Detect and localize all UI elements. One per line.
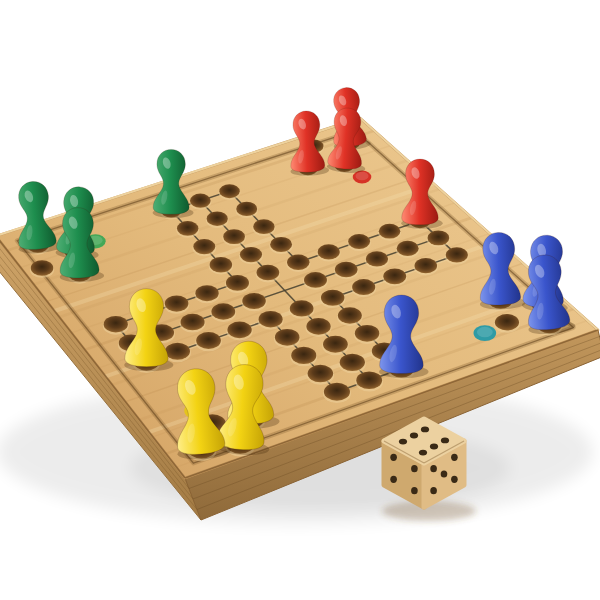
die-pip xyxy=(421,427,429,433)
track-hole xyxy=(383,268,406,284)
track-hole xyxy=(321,290,344,306)
goal-hole xyxy=(180,314,204,331)
track-hole xyxy=(338,307,362,323)
scene xyxy=(0,0,600,600)
goal-hole xyxy=(304,272,327,288)
track-hole xyxy=(219,184,239,198)
die-pip xyxy=(411,465,418,472)
track-hole xyxy=(210,257,233,272)
track-hole xyxy=(427,230,449,245)
track-hole xyxy=(275,329,300,346)
track-hole xyxy=(259,311,283,328)
track-hole xyxy=(253,219,274,234)
track-hole xyxy=(165,295,189,311)
die-pip xyxy=(430,465,437,472)
die-pip xyxy=(390,454,397,461)
track-hole xyxy=(308,365,334,383)
goal-hole xyxy=(242,293,266,309)
track-hole xyxy=(352,279,375,295)
track-hole xyxy=(196,332,221,349)
ludo-board-photo xyxy=(0,0,600,600)
goal-hole xyxy=(240,247,262,262)
track-hole xyxy=(348,234,370,249)
die-pip xyxy=(451,454,458,461)
die-pip xyxy=(441,470,448,477)
die[interactable] xyxy=(384,419,464,507)
goal-hole xyxy=(223,229,245,244)
track-hole xyxy=(270,237,292,252)
goal-hole xyxy=(323,336,348,353)
goal-hole xyxy=(335,262,358,278)
die-pip xyxy=(451,476,458,483)
track-hole xyxy=(291,347,316,364)
track-hole xyxy=(318,244,340,259)
track-hole xyxy=(190,194,211,208)
track-hole xyxy=(379,224,401,239)
yard-hole-blue xyxy=(495,314,519,331)
start-dot-sheen xyxy=(356,172,369,181)
track-hole xyxy=(227,322,251,339)
goal-hole xyxy=(306,318,330,335)
track-hole xyxy=(177,221,199,236)
die-pip xyxy=(430,444,438,450)
die-pip xyxy=(411,487,418,494)
start-dot-sheen xyxy=(477,327,493,337)
yard-hole-green xyxy=(31,260,54,276)
die-pip xyxy=(390,476,397,483)
track-hole xyxy=(356,371,382,389)
track-hole xyxy=(355,325,379,342)
goal-hole xyxy=(211,303,235,319)
goal-hole xyxy=(366,251,388,266)
track-hole xyxy=(104,316,128,333)
pawn-body xyxy=(13,180,56,251)
die-pip xyxy=(399,439,407,445)
die-pip xyxy=(410,433,418,439)
track-hole xyxy=(193,239,215,254)
goal-hole xyxy=(256,265,279,281)
goal-hole xyxy=(397,241,419,256)
goal-hole xyxy=(340,354,365,371)
goal-hole xyxy=(207,211,228,226)
track-hole xyxy=(236,202,257,216)
track-hole xyxy=(414,258,437,273)
track-hole xyxy=(446,247,468,262)
track-hole xyxy=(287,255,309,270)
goal-hole xyxy=(290,300,314,316)
die-pip xyxy=(419,450,427,456)
track-hole xyxy=(165,343,190,360)
track-hole xyxy=(324,383,350,401)
die-pip xyxy=(441,438,449,444)
track-hole xyxy=(226,275,249,291)
die-pip xyxy=(430,487,437,494)
track-hole xyxy=(195,285,218,301)
